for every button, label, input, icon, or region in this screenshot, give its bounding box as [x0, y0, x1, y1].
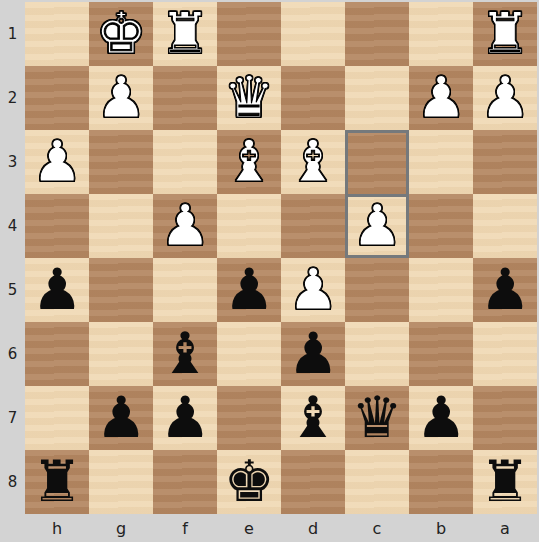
square-e6[interactable]	[217, 322, 281, 386]
square-b3[interactable]	[409, 130, 473, 194]
square-h8[interactable]: ♜	[25, 450, 89, 514]
file-label-b: b	[409, 515, 473, 542]
file-label-f: f	[153, 515, 217, 542]
chess-board: ♚♜♜♟♛♟♟♟♝♝♟♟♟♟♟♟♝♟♟♟♝♛♟♜♚♜	[25, 2, 537, 514]
rank-label-7: 7	[0, 386, 25, 450]
black-queen[interactable]: ♛	[351, 389, 402, 446]
white-pawn[interactable]: ♟	[479, 69, 530, 126]
square-c8[interactable]	[345, 450, 409, 514]
square-e3[interactable]: ♝	[217, 130, 281, 194]
square-a4[interactable]	[473, 194, 537, 258]
black-pawn[interactable]: ♟	[287, 325, 338, 382]
square-e4[interactable]	[217, 194, 281, 258]
square-d7[interactable]: ♝	[281, 386, 345, 450]
square-b5[interactable]	[409, 258, 473, 322]
square-f2[interactable]	[153, 66, 217, 130]
square-b1[interactable]	[409, 2, 473, 66]
white-pawn[interactable]: ♟	[31, 133, 82, 190]
square-b8[interactable]	[409, 450, 473, 514]
rank-label-5: 5	[0, 258, 25, 322]
white-pawn[interactable]: ♟	[351, 197, 402, 254]
rank-label-4: 4	[0, 194, 25, 258]
white-queen[interactable]: ♛	[223, 69, 274, 126]
square-d4[interactable]	[281, 194, 345, 258]
square-g6[interactable]	[89, 322, 153, 386]
square-a1[interactable]: ♜	[473, 2, 537, 66]
square-c2[interactable]	[345, 66, 409, 130]
square-e2[interactable]: ♛	[217, 66, 281, 130]
file-label-a: a	[473, 515, 537, 542]
white-king[interactable]: ♚	[95, 5, 146, 62]
square-h2[interactable]	[25, 66, 89, 130]
square-c5[interactable]	[345, 258, 409, 322]
white-pawn[interactable]: ♟	[95, 69, 146, 126]
square-g4[interactable]	[89, 194, 153, 258]
black-bishop[interactable]: ♝	[159, 325, 210, 382]
white-rook[interactable]: ♜	[479, 5, 530, 62]
rank-label-6: 6	[0, 322, 25, 386]
square-d8[interactable]	[281, 450, 345, 514]
white-bishop[interactable]: ♝	[223, 133, 274, 190]
square-e8[interactable]: ♚	[217, 450, 281, 514]
square-g7[interactable]: ♟	[89, 386, 153, 450]
rank-label-2: 2	[0, 66, 25, 130]
square-g2[interactable]: ♟	[89, 66, 153, 130]
square-d1[interactable]	[281, 2, 345, 66]
square-e7[interactable]	[217, 386, 281, 450]
file-label-c: c	[345, 515, 409, 542]
square-f3[interactable]	[153, 130, 217, 194]
square-f7[interactable]: ♟	[153, 386, 217, 450]
square-c3[interactable]	[345, 130, 409, 194]
file-label-h: h	[25, 515, 89, 542]
square-g8[interactable]	[89, 450, 153, 514]
black-pawn[interactable]: ♟	[31, 261, 82, 318]
square-b4[interactable]	[409, 194, 473, 258]
square-a5[interactable]: ♟	[473, 258, 537, 322]
white-pawn[interactable]: ♟	[159, 197, 210, 254]
square-a6[interactable]	[473, 322, 537, 386]
chess-board-panel: ♚♜♜♟♛♟♟♟♝♝♟♟♟♟♟♟♝♟♟♟♝♛♟♜♚♜ 12345678hgfed…	[0, 0, 539, 542]
black-pawn[interactable]: ♟	[479, 261, 530, 318]
square-c7[interactable]: ♛	[345, 386, 409, 450]
square-h5[interactable]: ♟	[25, 258, 89, 322]
black-pawn[interactable]: ♟	[159, 389, 210, 446]
square-h4[interactable]	[25, 194, 89, 258]
black-rook[interactable]: ♜	[479, 453, 530, 510]
square-f6[interactable]: ♝	[153, 322, 217, 386]
square-g5[interactable]	[89, 258, 153, 322]
square-f1[interactable]: ♜	[153, 2, 217, 66]
black-pawn[interactable]: ♟	[415, 389, 466, 446]
white-rook[interactable]: ♜	[159, 5, 210, 62]
black-king[interactable]: ♚	[223, 453, 274, 510]
square-b6[interactable]	[409, 322, 473, 386]
square-d3[interactable]: ♝	[281, 130, 345, 194]
square-b7[interactable]: ♟	[409, 386, 473, 450]
square-e5[interactable]: ♟	[217, 258, 281, 322]
square-e1[interactable]	[217, 2, 281, 66]
square-g1[interactable]: ♚	[89, 2, 153, 66]
file-label-e: e	[217, 515, 281, 542]
black-bishop[interactable]: ♝	[287, 389, 338, 446]
square-d2[interactable]	[281, 66, 345, 130]
square-c1[interactable]	[345, 2, 409, 66]
square-d5[interactable]: ♟	[281, 258, 345, 322]
square-f5[interactable]	[153, 258, 217, 322]
white-pawn[interactable]: ♟	[287, 261, 338, 318]
square-d6[interactable]: ♟	[281, 322, 345, 386]
square-f8[interactable]	[153, 450, 217, 514]
white-bishop[interactable]: ♝	[287, 133, 338, 190]
square-c6[interactable]	[345, 322, 409, 386]
black-pawn[interactable]: ♟	[95, 389, 146, 446]
rank-label-1: 1	[0, 2, 25, 66]
square-g3[interactable]	[89, 130, 153, 194]
square-f4[interactable]: ♟	[153, 194, 217, 258]
square-a7[interactable]	[473, 386, 537, 450]
square-h7[interactable]	[25, 386, 89, 450]
black-pawn[interactable]: ♟	[223, 261, 274, 318]
square-a3[interactable]	[473, 130, 537, 194]
rank-label-3: 3	[0, 130, 25, 194]
file-label-d: d	[281, 515, 345, 542]
square-a2[interactable]: ♟	[473, 66, 537, 130]
square-b2[interactable]: ♟	[409, 66, 473, 130]
black-rook[interactable]: ♜	[31, 453, 82, 510]
white-pawn[interactable]: ♟	[415, 69, 466, 126]
square-c4[interactable]: ♟	[345, 194, 409, 258]
square-h6[interactable]	[25, 322, 89, 386]
square-a8[interactable]: ♜	[473, 450, 537, 514]
rank-label-8: 8	[0, 450, 25, 514]
square-h3[interactable]: ♟	[25, 130, 89, 194]
square-h1[interactable]	[25, 2, 89, 66]
file-label-g: g	[89, 515, 153, 542]
